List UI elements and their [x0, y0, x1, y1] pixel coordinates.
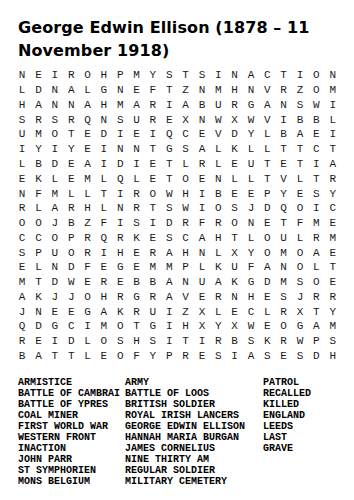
grid-cell: S — [177, 142, 193, 157]
grid-cell: G — [243, 98, 259, 113]
grid-cell: W — [161, 186, 177, 201]
grid-cell: A — [325, 157, 341, 172]
grid-cell: K — [128, 230, 144, 245]
grid-cell: S — [161, 68, 177, 83]
grid-cell: I — [145, 216, 161, 231]
grid-cell: L — [325, 112, 341, 127]
grid-cell: D — [161, 216, 177, 231]
grid-cell: I — [308, 201, 324, 216]
grid-cell: F — [79, 260, 95, 275]
grid-cell: N — [325, 68, 341, 83]
grid-cell: D — [63, 334, 79, 349]
grid-cell: N — [47, 260, 63, 275]
grid-cell: H — [112, 245, 128, 260]
grid-cell: E — [259, 289, 275, 304]
grid-cell: M — [276, 275, 292, 290]
grid-cell: O — [145, 186, 161, 201]
grid-cell: E — [308, 127, 324, 142]
puzzle-title-line-1: George Edwin Ellison (1878 – 11 — [18, 17, 348, 40]
grid-cell: Y — [145, 68, 161, 83]
grid-cell: I — [145, 127, 161, 142]
grid-cell: C — [177, 230, 193, 245]
grid-cell: M — [128, 68, 144, 83]
grid-cell: N — [276, 260, 292, 275]
grid-cell: C — [259, 68, 275, 83]
grid-cell: Q — [276, 201, 292, 216]
grid-cell: O — [308, 68, 324, 83]
grid-cell: L — [292, 171, 308, 186]
grid-cell: L — [30, 260, 46, 275]
grid-cell: S — [112, 112, 128, 127]
grid-cell: A — [14, 289, 30, 304]
grid-cell: Y — [63, 142, 79, 157]
word-list-item: LEEDS — [263, 421, 311, 432]
grid-cell: W — [243, 319, 259, 334]
grid-cell: T — [292, 157, 308, 172]
grid-cell: H — [96, 68, 112, 83]
grid-cell: D — [259, 275, 275, 290]
grid-cell: N — [14, 186, 30, 201]
grid-cell: N — [14, 68, 30, 83]
grid-cell: I — [194, 186, 210, 201]
grid-cell: I — [194, 201, 210, 216]
grid-cell: F — [292, 216, 308, 231]
grid-cell: B — [308, 112, 324, 127]
word-list-item: BATTLE OF LOOS — [125, 388, 245, 399]
grid-cell: Z — [177, 304, 193, 319]
word-list-item: LAST — [263, 432, 311, 443]
word-list-item: JAMES CORNELIUS — [125, 443, 245, 454]
grid-cell: E — [226, 157, 242, 172]
grid-cell: I — [161, 304, 177, 319]
grid-cell: S — [308, 186, 324, 201]
grid-cell: T — [325, 260, 341, 275]
grid-cell: D — [47, 157, 63, 172]
grid-cell: O — [259, 230, 275, 245]
grid-cell: Z — [177, 83, 193, 98]
grid-cell: D — [112, 157, 128, 172]
grid-cell: H — [325, 349, 341, 364]
grid-cell: I — [112, 127, 128, 142]
grid-cell: L — [79, 186, 95, 201]
grid-cell: R — [177, 349, 193, 364]
grid-cell: S — [259, 349, 275, 364]
grid-cell: C — [308, 142, 324, 157]
grid-cell: E — [194, 289, 210, 304]
word-list-item: RECALLED — [263, 388, 311, 399]
grid-cell: I — [79, 319, 95, 334]
grid-cell: L — [128, 171, 144, 186]
grid-cell: R — [210, 334, 226, 349]
grid-cell: A — [243, 349, 259, 364]
grid-cell: Y — [210, 319, 226, 334]
grid-cell: N — [112, 201, 128, 216]
grid-cell: U — [210, 98, 226, 113]
grid-cell: T — [161, 157, 177, 172]
grid-cell: I — [47, 334, 63, 349]
grid-cell: Q — [112, 171, 128, 186]
grid-cell: T — [292, 142, 308, 157]
grid-cell: N — [226, 289, 242, 304]
grid-cell: V — [276, 171, 292, 186]
grid-cell: W — [243, 112, 259, 127]
grid-cell: E — [47, 304, 63, 319]
grid-cell: Q — [79, 112, 95, 127]
grid-cell: O — [47, 127, 63, 142]
grid-cell: U — [128, 112, 144, 127]
grid-cell: H — [14, 98, 30, 113]
grid-cell: E — [194, 349, 210, 364]
grid-cell: A — [177, 98, 193, 113]
grid-cell: S — [292, 349, 308, 364]
grid-cell: M — [308, 216, 324, 231]
grid-cell: S — [194, 68, 210, 83]
grid-cell: E — [112, 275, 128, 290]
grid-cell: I — [308, 157, 324, 172]
grid-cell: E — [325, 216, 341, 231]
grid-cell: V — [259, 112, 275, 127]
grid-cell: A — [292, 127, 308, 142]
grid-cell: S — [292, 275, 308, 290]
grid-cell: E — [325, 275, 341, 290]
grid-cell: E — [14, 171, 30, 186]
grid-cell: N — [128, 142, 144, 157]
word-list-item: MONS BELGIUM — [18, 476, 120, 487]
grid-cell: A — [47, 201, 63, 216]
grid-cell: K — [259, 334, 275, 349]
grid-cell: M — [14, 275, 30, 290]
grid-cell: H — [177, 186, 193, 201]
grid-cell: P — [112, 68, 128, 83]
grid-cell: L — [79, 349, 95, 364]
grid-cell: H — [226, 83, 242, 98]
grid-cell: U — [194, 275, 210, 290]
grid-cell: E — [128, 260, 144, 275]
word-list-column-2: ARMYBATTLE OF LOOSBRITISH SOLDIERROYAL I… — [125, 377, 245, 487]
grid-cell: I — [325, 127, 341, 142]
grid-cell: T — [308, 304, 324, 319]
grid-cell: R — [325, 171, 341, 186]
grid-cell: H — [177, 319, 193, 334]
grid-cell: G — [79, 304, 95, 319]
grid-cell: F — [194, 216, 210, 231]
grid-cell: M — [96, 319, 112, 334]
grid-cell: R — [145, 98, 161, 113]
grid-cell: L — [243, 230, 259, 245]
grid-cell: R — [112, 289, 128, 304]
grid-cell: T — [47, 349, 63, 364]
word-list-item: GRAVE — [263, 443, 311, 454]
grid-cell: T — [325, 142, 341, 157]
grid-cell: M — [161, 260, 177, 275]
word-list-item: REGULAR SOLDIER — [125, 465, 245, 476]
grid-cell: M — [79, 171, 95, 186]
grid-cell: F — [128, 349, 144, 364]
grid-cell: Y — [30, 142, 46, 157]
grid-cell: E — [226, 304, 242, 319]
grid-cell: B — [226, 334, 242, 349]
grid-cell: I — [161, 319, 177, 334]
grid-cell: L — [14, 83, 30, 98]
grid-cell: Y — [145, 349, 161, 364]
word-list-item: GEORGE EDWIN ELLISON — [125, 421, 245, 432]
grid-cell: G — [161, 142, 177, 157]
grid-cell: E — [128, 245, 144, 260]
grid-cell: R — [325, 289, 341, 304]
grid-cell: A — [243, 68, 259, 83]
grid-cell: A — [161, 289, 177, 304]
grid-cell: L — [63, 186, 79, 201]
grid-cell: G — [292, 319, 308, 334]
grid-cell: R — [96, 275, 112, 290]
grid-cell: E — [145, 171, 161, 186]
grid-cell: E — [145, 230, 161, 245]
word-list-column-1: ARMISTICEBATTLE OF CAMBRAIBATTLE OF YPRE… — [18, 377, 120, 487]
grid-cell: M — [210, 83, 226, 98]
grid-cell: E — [276, 349, 292, 364]
grid-cell: C — [63, 319, 79, 334]
grid-cell: X — [194, 319, 210, 334]
grid-cell: M — [47, 186, 63, 201]
grid-cell: E — [161, 112, 177, 127]
grid-cell: T — [128, 319, 144, 334]
grid-cell: T — [161, 171, 177, 186]
grid-cell: O — [47, 230, 63, 245]
grid-cell: A — [194, 142, 210, 157]
grid-cell: H — [243, 289, 259, 304]
grid-cell: S — [145, 334, 161, 349]
grid-cell: L — [14, 157, 30, 172]
grid-cell: O — [292, 201, 308, 216]
grid-cell: H — [96, 98, 112, 113]
grid-cell: N — [177, 275, 193, 290]
grid-cell: I — [96, 142, 112, 157]
grid-cell: L — [210, 157, 226, 172]
grid-cell: Y — [243, 245, 259, 260]
grid-cell: L — [243, 142, 259, 157]
grid-cell: E — [14, 260, 30, 275]
grid-cell: O — [79, 68, 95, 83]
grid-cell: N — [96, 112, 112, 127]
grid-cell: T — [145, 142, 161, 157]
word-list-item: FIRST WORLD WAR — [18, 421, 120, 432]
grid-cell: Y — [243, 127, 259, 142]
grid-cell: R — [63, 112, 79, 127]
grid-cell: E — [243, 186, 259, 201]
grid-cell: W — [177, 201, 193, 216]
grid-cell: A — [79, 98, 95, 113]
grid-cell: R — [30, 112, 46, 127]
grid-cell: E — [96, 260, 112, 275]
grid-cell: R — [112, 230, 128, 245]
grid-cell: T — [308, 171, 324, 186]
grid-cell: E — [226, 186, 242, 201]
word-list-item: PATROL — [263, 377, 311, 388]
grid-cell: O — [177, 171, 193, 186]
grid-cell: H — [210, 230, 226, 245]
grid-cell: D — [226, 127, 242, 142]
grid-cell: M — [325, 230, 341, 245]
grid-cell: D — [63, 260, 79, 275]
grid-cell: A — [194, 230, 210, 245]
grid-cell: R — [145, 245, 161, 260]
grid-cell: G — [145, 319, 161, 334]
grid-cell: H — [79, 201, 95, 216]
word-list-item: ST SYMPHORIEN — [18, 465, 120, 476]
grid-cell: Q — [96, 230, 112, 245]
grid-cell: L — [308, 260, 324, 275]
grid-cell: O — [112, 349, 128, 364]
grid-cell: X — [177, 112, 193, 127]
word-list-item: NINE THIRTY AM — [125, 454, 245, 465]
grid-cell: K — [226, 275, 242, 290]
grid-cell: L — [210, 142, 226, 157]
grid-cell: U — [145, 304, 161, 319]
grid-cell: K — [30, 171, 46, 186]
grid-cell: L — [194, 260, 210, 275]
grid-cell: C — [14, 230, 30, 245]
grid-cell: I — [292, 68, 308, 83]
grid-cell: O — [259, 245, 275, 260]
grid-cell: L — [243, 171, 259, 186]
grid-cell: O — [14, 216, 30, 231]
word-list-item: JOHN PARR — [18, 454, 120, 465]
grid-cell: L — [47, 171, 63, 186]
grid-cell: T — [177, 68, 193, 83]
grid-cell: I — [276, 112, 292, 127]
grid-cell: I — [112, 216, 128, 231]
grid-cell: M — [325, 319, 341, 334]
grid-cell: R — [145, 112, 161, 127]
grid-cell: F — [243, 260, 259, 275]
grid-cell: R — [79, 230, 95, 245]
grid-cell: T — [145, 201, 161, 216]
grid-cell: C — [177, 127, 193, 142]
grid-cell: J — [63, 289, 79, 304]
grid-cell: R — [63, 201, 79, 216]
grid-cell: E — [63, 304, 79, 319]
grid-cell: B — [210, 186, 226, 201]
grid-cell: E — [30, 334, 46, 349]
grid-cell: R — [128, 304, 144, 319]
grid-cell: G — [96, 83, 112, 98]
grid-cell: E — [79, 275, 95, 290]
grid-cell: R — [63, 68, 79, 83]
grid-cell: R — [14, 334, 30, 349]
grid-cell: L — [96, 171, 112, 186]
grid-cell: U — [14, 127, 30, 142]
grid-cell: L — [210, 304, 226, 319]
grid-cell: M — [30, 127, 46, 142]
word-search-grid: NEIROHPMYSTSINACTIONLDNALGNEFTZNMHNVRZOM… — [14, 68, 341, 363]
grid-cell: W — [210, 112, 226, 127]
grid-cell: U — [276, 230, 292, 245]
grid-cell: K — [112, 304, 128, 319]
grid-cell: E — [325, 245, 341, 260]
grid-cell: L — [79, 334, 95, 349]
grid-cell: L — [226, 171, 242, 186]
grid-cell: O — [308, 275, 324, 290]
grid-cell: D — [259, 201, 275, 216]
grid-cell: E — [63, 171, 79, 186]
grid-cell: X — [226, 245, 242, 260]
grid-cell: M — [325, 83, 341, 98]
grid-cell: N — [47, 83, 63, 98]
grid-cell: A — [79, 157, 95, 172]
grid-cell: S — [292, 98, 308, 113]
grid-cell: W — [308, 98, 324, 113]
grid-cell: T — [177, 334, 193, 349]
grid-cell: E — [259, 216, 275, 231]
grid-cell: F — [30, 186, 46, 201]
grid-cell: I — [194, 334, 210, 349]
grid-cell: E — [79, 127, 95, 142]
grid-cell: V — [177, 289, 193, 304]
puzzle-title-line-2: November 1918) — [18, 40, 348, 63]
grid-cell: W — [63, 275, 79, 290]
grid-cell: R — [79, 245, 95, 260]
grid-cell: N — [30, 304, 46, 319]
grid-cell: S — [276, 289, 292, 304]
grid-cell: I — [128, 157, 144, 172]
word-list-item: ARMISTICE — [18, 377, 120, 388]
grid-cell: R — [308, 289, 324, 304]
grid-cell: B — [14, 349, 30, 364]
grid-cell: B — [145, 275, 161, 290]
grid-cell: S — [243, 334, 259, 349]
grid-cell: G — [243, 275, 259, 290]
grid-cell: R — [308, 230, 324, 245]
grid-cell: N — [194, 245, 210, 260]
grid-cell: O — [292, 245, 308, 260]
grid-cell: S — [161, 230, 177, 245]
grid-cell: T — [96, 186, 112, 201]
grid-cell: R — [276, 83, 292, 98]
grid-cell: A — [210, 275, 226, 290]
grid-cell: R — [194, 157, 210, 172]
grid-cell: P — [177, 260, 193, 275]
grid-cell: I — [210, 68, 226, 83]
grid-cell: A — [308, 319, 324, 334]
grid-cell: A — [161, 275, 177, 290]
grid-cell: U — [243, 157, 259, 172]
grid-cell: E — [63, 157, 79, 172]
grid-cell: B — [63, 216, 79, 231]
word-list-column-3: PATROLRECALLEDKILLEDENGLANDLEEDSLASTGRAV… — [263, 377, 311, 454]
grid-cell: T — [259, 171, 275, 186]
grid-cell: R — [145, 289, 161, 304]
grid-cell: R — [210, 216, 226, 231]
grid-cell: V — [259, 83, 275, 98]
grid-cell: J — [292, 289, 308, 304]
grid-cell: Z — [79, 216, 95, 231]
puzzle-title: George Edwin Ellison (1878 – 11 November… — [18, 17, 348, 62]
grid-cell: A — [96, 304, 112, 319]
grid-cell: W — [292, 334, 308, 349]
grid-cell: E — [194, 127, 210, 142]
grid-cell: J — [47, 289, 63, 304]
grid-cell: X — [226, 319, 242, 334]
word-list-item: ENGLAND — [263, 410, 311, 421]
grid-cell: O — [96, 334, 112, 349]
grid-cell: B — [194, 98, 210, 113]
grid-cell: P — [308, 334, 324, 349]
grid-cell: R — [210, 289, 226, 304]
grid-cell: I — [14, 142, 30, 157]
grid-cell: Q — [14, 319, 30, 334]
grid-cell: O — [210, 201, 226, 216]
grid-cell: T — [276, 68, 292, 83]
